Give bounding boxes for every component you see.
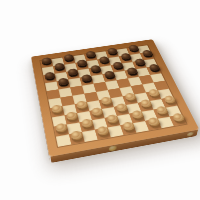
draughts-board [31, 39, 199, 157]
dark-piece[interactable] [41, 57, 52, 65]
board-grid [40, 45, 186, 147]
board-scene [0, 0, 200, 200]
brass-clasp-icon [187, 132, 194, 137]
photo-background [0, 0, 200, 200]
brass-latch-icon [108, 145, 116, 151]
